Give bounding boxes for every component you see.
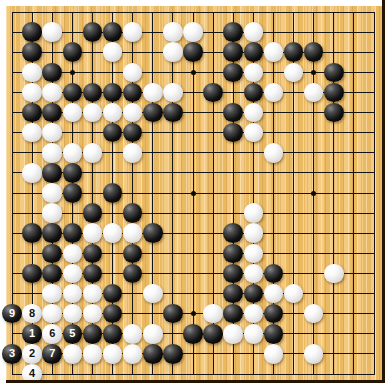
white-stone[interactable] — [42, 284, 62, 304]
grid-line — [12, 132, 375, 133]
white-stone[interactable] — [143, 83, 163, 103]
white-stone[interactable] — [223, 324, 243, 344]
move-number-label: 7 — [42, 348, 62, 359]
hoshi-dot — [191, 311, 196, 316]
move-number-label: 2 — [22, 348, 42, 359]
black-stone[interactable] — [203, 83, 223, 103]
white-stone[interactable] — [244, 244, 264, 264]
white-stone[interactable] — [163, 42, 183, 62]
white-stone[interactable] — [304, 344, 324, 364]
black-stone[interactable] — [83, 83, 103, 103]
black-stone[interactable] — [264, 304, 284, 324]
black-stone[interactable] — [143, 223, 163, 243]
white-stone[interactable] — [284, 63, 304, 83]
white-stone[interactable] — [103, 42, 123, 62]
white-stone[interactable] — [63, 103, 83, 123]
black-stone[interactable] — [63, 42, 83, 62]
white-stone[interactable] — [203, 304, 223, 324]
black-stone[interactable] — [103, 304, 123, 324]
white-stone[interactable] — [123, 103, 143, 123]
white-stone[interactable] — [123, 143, 143, 163]
black-stone[interactable] — [123, 244, 143, 264]
white-stone[interactable]: 8 — [22, 304, 42, 324]
white-stone[interactable]: 2 — [22, 344, 42, 364]
white-stone[interactable] — [83, 344, 103, 364]
black-stone[interactable] — [203, 324, 223, 344]
move-number-label: 9 — [2, 308, 22, 319]
white-stone[interactable] — [42, 183, 62, 203]
white-stone[interactable] — [183, 22, 203, 42]
white-stone[interactable] — [244, 264, 264, 284]
white-stone[interactable] — [244, 22, 264, 42]
grid-line — [374, 12, 375, 375]
white-stone[interactable] — [22, 163, 42, 183]
white-stone[interactable] — [83, 143, 103, 163]
black-stone[interactable]: 9 — [2, 304, 22, 324]
black-stone[interactable] — [324, 83, 344, 103]
white-stone[interactable] — [324, 264, 344, 284]
white-stone[interactable] — [63, 264, 83, 284]
black-stone[interactable] — [103, 183, 123, 203]
white-stone[interactable] — [42, 203, 62, 223]
white-stone[interactable] — [42, 83, 62, 103]
black-stone[interactable] — [103, 83, 123, 103]
white-stone[interactable] — [244, 324, 264, 344]
white-stone[interactable] — [244, 123, 264, 143]
white-stone[interactable] — [22, 83, 42, 103]
black-stone[interactable] — [123, 123, 143, 143]
black-stone[interactable] — [103, 22, 123, 42]
hoshi-dot — [191, 70, 196, 75]
white-stone[interactable] — [163, 22, 183, 42]
black-stone[interactable] — [223, 223, 243, 243]
black-stone[interactable] — [103, 123, 123, 143]
white-stone[interactable] — [83, 223, 103, 243]
grid-line — [12, 213, 375, 214]
grid-line — [12, 12, 375, 13]
black-stone[interactable] — [284, 42, 304, 62]
grid-line — [12, 374, 375, 375]
white-stone[interactable] — [264, 143, 284, 163]
go-board[interactable]: 981653274 — [0, 0, 385, 383]
black-stone[interactable] — [42, 63, 62, 83]
black-stone[interactable] — [123, 264, 143, 284]
black-stone[interactable] — [163, 304, 183, 324]
white-stone[interactable] — [123, 223, 143, 243]
white-stone[interactable] — [304, 83, 324, 103]
black-stone[interactable] — [22, 42, 42, 62]
black-stone[interactable]: 5 — [63, 324, 83, 344]
black-stone[interactable] — [183, 42, 203, 62]
black-stone[interactable] — [324, 103, 344, 123]
black-stone[interactable] — [83, 324, 103, 344]
hoshi-dot — [191, 191, 196, 196]
white-stone[interactable] — [103, 344, 123, 364]
white-stone[interactable] — [63, 143, 83, 163]
black-stone[interactable] — [42, 264, 62, 284]
move-number-label: 4 — [22, 368, 42, 379]
move-number-label: 5 — [63, 328, 83, 339]
black-stone[interactable] — [143, 344, 163, 364]
black-stone[interactable] — [264, 324, 284, 344]
white-stone[interactable] — [123, 324, 143, 344]
white-stone[interactable] — [63, 304, 83, 324]
white-stone[interactable] — [244, 223, 264, 243]
black-stone[interactable] — [143, 103, 163, 123]
black-stone[interactable] — [63, 183, 83, 203]
white-stone[interactable] — [123, 344, 143, 364]
white-stone[interactable] — [83, 284, 103, 304]
black-stone[interactable] — [223, 244, 243, 264]
white-stone[interactable] — [143, 284, 163, 304]
black-stone[interactable] — [22, 22, 42, 42]
move-number-label: 6 — [42, 328, 62, 339]
black-stone[interactable] — [42, 163, 62, 183]
black-stone[interactable] — [183, 324, 203, 344]
hoshi-dot — [70, 70, 75, 75]
white-stone[interactable] — [103, 223, 123, 243]
white-stone[interactable] — [244, 304, 264, 324]
black-stone[interactable] — [223, 22, 243, 42]
black-stone[interactable] — [83, 264, 103, 284]
black-stone[interactable] — [223, 284, 243, 304]
white-stone[interactable] — [42, 304, 62, 324]
white-stone[interactable] — [123, 63, 143, 83]
white-stone[interactable] — [63, 344, 83, 364]
black-stone[interactable] — [223, 63, 243, 83]
black-stone[interactable] — [163, 344, 183, 364]
white-stone[interactable] — [244, 203, 264, 223]
black-stone[interactable] — [63, 223, 83, 243]
hoshi-dot — [311, 191, 316, 196]
black-stone[interactable]: 3 — [2, 344, 22, 364]
white-stone[interactable] — [264, 42, 284, 62]
black-stone[interactable] — [42, 103, 62, 123]
screenshot-frame: 981653274 — [0, 0, 385, 383]
grid-line — [353, 12, 354, 375]
black-stone[interactable] — [83, 22, 103, 42]
black-stone[interactable] — [223, 42, 243, 62]
black-stone[interactable] — [304, 42, 324, 62]
white-stone[interactable] — [123, 22, 143, 42]
white-stone[interactable] — [103, 103, 123, 123]
black-stone[interactable] — [244, 284, 264, 304]
black-stone[interactable] — [63, 83, 83, 103]
white-stone[interactable] — [244, 63, 264, 83]
black-stone[interactable] — [223, 123, 243, 143]
move-number-label: 3 — [2, 348, 22, 359]
black-stone[interactable] — [103, 284, 123, 304]
black-stone[interactable] — [22, 223, 42, 243]
black-stone[interactable]: 1 — [22, 324, 42, 344]
black-stone[interactable] — [223, 264, 243, 284]
white-stone[interactable] — [63, 244, 83, 264]
white-stone[interactable] — [42, 22, 62, 42]
black-stone[interactable] — [42, 244, 62, 264]
move-number-label: 1 — [22, 328, 42, 339]
white-stone[interactable] — [264, 344, 284, 364]
white-stone[interactable] — [264, 284, 284, 304]
hoshi-dot — [311, 70, 316, 75]
black-stone[interactable]: 7 — [42, 344, 62, 364]
white-stone[interactable] — [42, 123, 62, 143]
black-stone[interactable] — [264, 264, 284, 284]
white-stone[interactable] — [22, 123, 42, 143]
black-stone[interactable] — [83, 203, 103, 223]
black-stone[interactable] — [22, 103, 42, 123]
white-stone[interactable]: 6 — [42, 324, 62, 344]
white-stone[interactable] — [163, 83, 183, 103]
white-stone[interactable] — [264, 83, 284, 103]
white-stone[interactable] — [42, 143, 62, 163]
white-stone[interactable] — [244, 103, 264, 123]
black-stone[interactable] — [22, 264, 42, 284]
grid-line — [152, 12, 153, 375]
black-stone[interactable] — [163, 103, 183, 123]
black-stone[interactable] — [63, 163, 83, 183]
black-stone[interactable] — [123, 83, 143, 103]
white-stone[interactable] — [143, 324, 163, 344]
white-stone[interactable] — [83, 304, 103, 324]
white-stone[interactable] — [63, 284, 83, 304]
white-stone[interactable] — [304, 304, 324, 324]
white-stone[interactable] — [83, 103, 103, 123]
black-stone[interactable] — [324, 63, 344, 83]
white-stone[interactable] — [284, 284, 304, 304]
black-stone[interactable] — [244, 83, 264, 103]
black-stone[interactable] — [123, 203, 143, 223]
black-stone[interactable] — [83, 244, 103, 264]
black-stone[interactable] — [223, 304, 243, 324]
white-stone[interactable] — [22, 63, 42, 83]
move-number-label: 8 — [22, 308, 42, 319]
black-stone[interactable] — [244, 42, 264, 62]
black-stone[interactable] — [42, 223, 62, 243]
black-stone[interactable] — [223, 103, 243, 123]
black-stone[interactable] — [103, 324, 123, 344]
